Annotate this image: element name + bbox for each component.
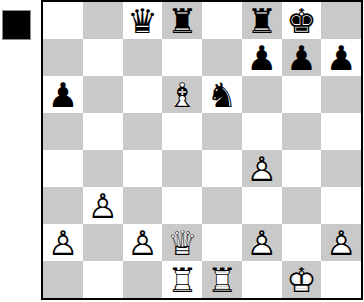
square-c5[interactable] — [123, 113, 163, 150]
square-f1[interactable] — [242, 261, 282, 298]
piece-black-knight: ♞ — [202, 76, 242, 113]
piece-white-pawn: ♟♙ — [321, 224, 361, 261]
square-c2[interactable]: ♟♙ — [123, 224, 163, 261]
square-a6[interactable]: ♟ — [43, 76, 83, 113]
square-g5[interactable] — [282, 113, 322, 150]
piece-black-rook: ♜ — [162, 2, 202, 39]
square-d1[interactable]: ♜♖ — [162, 261, 202, 298]
square-d6[interactable]: ♝♗ — [162, 76, 202, 113]
square-d2[interactable]: ♛♕ — [162, 224, 202, 261]
piece-black-queen: ♛ — [123, 2, 163, 39]
square-e2[interactable] — [202, 224, 242, 261]
square-e8[interactable] — [202, 2, 242, 39]
square-c8[interactable]: ♛ — [123, 2, 163, 39]
square-d7[interactable] — [162, 39, 202, 76]
square-h3[interactable] — [321, 187, 361, 224]
square-g6[interactable] — [282, 76, 322, 113]
square-f3[interactable] — [242, 187, 282, 224]
square-d5[interactable] — [162, 113, 202, 150]
side-to-move-indicator — [2, 10, 31, 40]
piece-white-pawn: ♟♙ — [242, 224, 282, 261]
square-a2[interactable]: ♟♙ — [43, 224, 83, 261]
piece-white-pawn: ♟♙ — [123, 224, 163, 261]
square-d4[interactable] — [162, 150, 202, 187]
piece-white-pawn: ♟♙ — [242, 150, 282, 187]
square-g4[interactable] — [282, 150, 322, 187]
square-c4[interactable] — [123, 150, 163, 187]
square-a5[interactable] — [43, 113, 83, 150]
square-h8[interactable] — [321, 2, 361, 39]
square-a8[interactable] — [43, 2, 83, 39]
piece-black-pawn: ♟ — [282, 39, 322, 76]
piece-black-pawn: ♟ — [242, 39, 282, 76]
square-f5[interactable] — [242, 113, 282, 150]
piece-black-pawn: ♟ — [321, 39, 361, 76]
square-e5[interactable] — [202, 113, 242, 150]
square-h2[interactable]: ♟♙ — [321, 224, 361, 261]
square-h5[interactable] — [321, 113, 361, 150]
chess-diagram: ♛♜♜♚♟♟♟♟♝♗♞♟♙♟♙♟♙♟♙♛♕♟♙♟♙♜♖♜♖♚♔ — [0, 0, 364, 302]
square-c1[interactable] — [123, 261, 163, 298]
square-e3[interactable] — [202, 187, 242, 224]
square-b5[interactable] — [83, 113, 123, 150]
square-b8[interactable] — [83, 2, 123, 39]
piece-black-king: ♚ — [282, 2, 322, 39]
piece-black-pawn: ♟ — [43, 76, 83, 113]
piece-white-pawn: ♟♙ — [83, 187, 123, 224]
piece-white-queen: ♛♕ — [162, 224, 202, 261]
square-g7[interactable]: ♟ — [282, 39, 322, 76]
square-g3[interactable] — [282, 187, 322, 224]
square-f4[interactable]: ♟♙ — [242, 150, 282, 187]
square-g2[interactable] — [282, 224, 322, 261]
square-a4[interactable] — [43, 150, 83, 187]
piece-white-king: ♚♔ — [282, 261, 322, 298]
square-c3[interactable] — [123, 187, 163, 224]
square-f6[interactable] — [242, 76, 282, 113]
piece-white-rook: ♜♖ — [162, 261, 202, 298]
chess-board: ♛♜♜♚♟♟♟♟♝♗♞♟♙♟♙♟♙♟♙♛♕♟♙♟♙♜♖♜♖♚♔ — [41, 0, 363, 300]
square-g1[interactable]: ♚♔ — [282, 261, 322, 298]
square-a1[interactable] — [43, 261, 83, 298]
square-b3[interactable]: ♟♙ — [83, 187, 123, 224]
square-f8[interactable]: ♜ — [242, 2, 282, 39]
square-d3[interactable] — [162, 187, 202, 224]
square-b2[interactable] — [83, 224, 123, 261]
square-b4[interactable] — [83, 150, 123, 187]
square-e4[interactable] — [202, 150, 242, 187]
square-b6[interactable] — [83, 76, 123, 113]
square-g8[interactable]: ♚ — [282, 2, 322, 39]
square-e6[interactable]: ♞ — [202, 76, 242, 113]
square-f2[interactable]: ♟♙ — [242, 224, 282, 261]
square-e7[interactable] — [202, 39, 242, 76]
square-b1[interactable] — [83, 261, 123, 298]
square-b7[interactable] — [83, 39, 123, 76]
square-a7[interactable] — [43, 39, 83, 76]
piece-white-pawn: ♟♙ — [43, 224, 83, 261]
square-f7[interactable]: ♟ — [242, 39, 282, 76]
square-h7[interactable]: ♟ — [321, 39, 361, 76]
square-c6[interactable] — [123, 76, 163, 113]
square-a3[interactable] — [43, 187, 83, 224]
piece-white-rook: ♜♖ — [202, 261, 242, 298]
square-e1[interactable]: ♜♖ — [202, 261, 242, 298]
square-c7[interactable] — [123, 39, 163, 76]
square-h6[interactable] — [321, 76, 361, 113]
square-h1[interactable] — [321, 261, 361, 298]
square-d8[interactable]: ♜ — [162, 2, 202, 39]
piece-black-rook: ♜ — [242, 2, 282, 39]
piece-white-bishop: ♝♗ — [162, 76, 202, 113]
square-h4[interactable] — [321, 150, 361, 187]
